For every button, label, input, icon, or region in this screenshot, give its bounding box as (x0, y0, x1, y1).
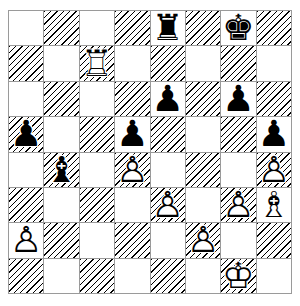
square-g8[interactable]: ♚♚ (221, 11, 255, 45)
piece-glyph: ♟ (115, 117, 149, 151)
square-g3[interactable]: ♟♙ (221, 188, 255, 222)
square-f1[interactable] (186, 259, 220, 293)
piece-glyph: ♙ (186, 223, 220, 257)
white-pawn-a2[interactable]: ♟♙ (9, 223, 43, 257)
white-pawn-g3[interactable]: ♟♙ (221, 188, 255, 222)
black-pawn-a5[interactable]: ♟♟ (9, 117, 43, 151)
square-a5[interactable]: ♟♟ (9, 117, 43, 151)
square-b4[interactable]: ♝♝ (44, 153, 78, 187)
piece-glyph: ♝ (44, 153, 78, 187)
square-f8[interactable] (186, 11, 220, 45)
black-pawn-e6[interactable]: ♟♟ (151, 82, 185, 116)
square-h5[interactable]: ♟♟ (257, 117, 291, 151)
square-d5[interactable]: ♟♟ (115, 117, 149, 151)
square-d4[interactable]: ♟♙ (115, 153, 149, 187)
square-c6[interactable] (80, 82, 114, 116)
square-f7[interactable] (186, 46, 220, 80)
square-e3[interactable]: ♟♙ (151, 188, 185, 222)
piece-glyph: ♖ (80, 46, 114, 80)
square-e2[interactable] (151, 223, 185, 257)
piece-glyph: ♜ (151, 11, 185, 45)
square-c4[interactable] (80, 153, 114, 187)
square-e8[interactable]: ♜♜ (151, 11, 185, 45)
square-b5[interactable] (44, 117, 78, 151)
white-pawn-h4[interactable]: ♟♙ (257, 153, 291, 187)
square-g4[interactable] (221, 153, 255, 187)
square-a3[interactable] (9, 188, 43, 222)
white-king-g1[interactable]: ♚♔ (221, 259, 255, 293)
piece-glyph: ♟ (9, 117, 43, 151)
square-f5[interactable] (186, 117, 220, 151)
piece-glyph: ♙ (151, 188, 185, 222)
white-pawn-f2[interactable]: ♟♙ (186, 223, 220, 257)
white-pawn-d4[interactable]: ♟♙ (115, 153, 149, 187)
black-pawn-h5[interactable]: ♟♟ (257, 117, 291, 151)
square-d2[interactable] (115, 223, 149, 257)
square-e7[interactable] (151, 46, 185, 80)
square-f2[interactable]: ♟♙ (186, 223, 220, 257)
square-b6[interactable] (44, 82, 78, 116)
square-g7[interactable] (221, 46, 255, 80)
white-rook-c7[interactable]: ♜♖ (80, 46, 114, 80)
piece-glyph: ♗ (257, 188, 291, 222)
square-d6[interactable] (115, 82, 149, 116)
square-h1[interactable] (257, 259, 291, 293)
square-b8[interactable] (44, 11, 78, 45)
piece-glyph: ♟ (221, 82, 255, 116)
black-pawn-d5[interactable]: ♟♟ (115, 117, 149, 151)
square-d3[interactable] (115, 188, 149, 222)
piece-glyph: ♔ (221, 259, 255, 293)
square-d1[interactable] (115, 259, 149, 293)
square-c5[interactable] (80, 117, 114, 151)
black-bishop-b4[interactable]: ♝♝ (44, 153, 78, 187)
square-d8[interactable] (115, 11, 149, 45)
piece-glyph: ♙ (9, 223, 43, 257)
square-a6[interactable] (9, 82, 43, 116)
square-g2[interactable] (221, 223, 255, 257)
chess-board: ♜♜♚♚♜♖♟♟♟♟♟♟♟♟♟♟♝♝♟♙♟♙♟♙♟♙♝♗♟♙♟♙♚♔ (8, 10, 292, 294)
square-f4[interactable] (186, 153, 220, 187)
square-e6[interactable]: ♟♟ (151, 82, 185, 116)
square-h2[interactable] (257, 223, 291, 257)
black-king-g8[interactable]: ♚♚ (221, 11, 255, 45)
square-f6[interactable] (186, 82, 220, 116)
piece-glyph: ♙ (115, 153, 149, 187)
square-h3[interactable]: ♝♗ (257, 188, 291, 222)
square-g1[interactable]: ♚♔ (221, 259, 255, 293)
square-a8[interactable] (9, 11, 43, 45)
white-pawn-e3[interactable]: ♟♙ (151, 188, 185, 222)
piece-glyph: ♙ (257, 153, 291, 187)
square-b3[interactable] (44, 188, 78, 222)
square-h4[interactable]: ♟♙ (257, 153, 291, 187)
square-d7[interactable] (115, 46, 149, 80)
square-c8[interactable] (80, 11, 114, 45)
square-b7[interactable] (44, 46, 78, 80)
piece-glyph: ♟ (151, 82, 185, 116)
black-pawn-g6[interactable]: ♟♟ (221, 82, 255, 116)
square-a2[interactable]: ♟♙ (9, 223, 43, 257)
square-f3[interactable] (186, 188, 220, 222)
square-e1[interactable] (151, 259, 185, 293)
piece-glyph: ♟ (257, 117, 291, 151)
square-e5[interactable] (151, 117, 185, 151)
piece-glyph: ♙ (221, 188, 255, 222)
square-c3[interactable] (80, 188, 114, 222)
square-e4[interactable] (151, 153, 185, 187)
square-g5[interactable] (221, 117, 255, 151)
black-rook-e8[interactable]: ♜♜ (151, 11, 185, 45)
square-h6[interactable] (257, 82, 291, 116)
square-h7[interactable] (257, 46, 291, 80)
square-a7[interactable] (9, 46, 43, 80)
square-h8[interactable] (257, 11, 291, 45)
square-b1[interactable] (44, 259, 78, 293)
square-b2[interactable] (44, 223, 78, 257)
square-a1[interactable] (9, 259, 43, 293)
square-c2[interactable] (80, 223, 114, 257)
piece-glyph: ♚ (221, 11, 255, 45)
square-c7[interactable]: ♜♖ (80, 46, 114, 80)
square-g6[interactable]: ♟♟ (221, 82, 255, 116)
white-bishop-h3[interactable]: ♝♗ (257, 188, 291, 222)
square-a4[interactable] (9, 153, 43, 187)
square-c1[interactable] (80, 259, 114, 293)
